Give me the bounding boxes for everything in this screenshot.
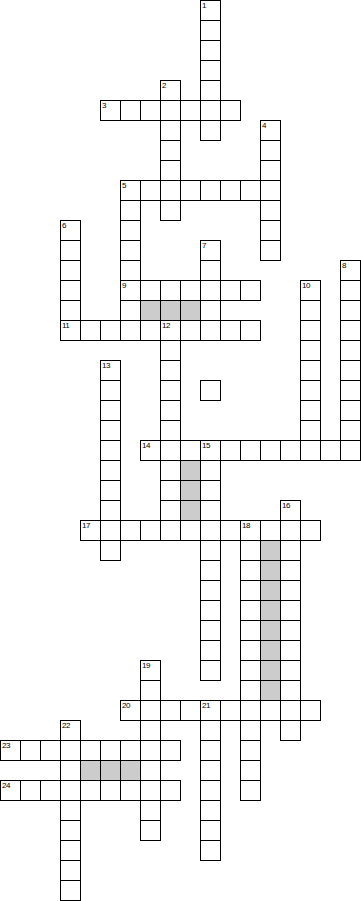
grid-cell[interactable] bbox=[160, 740, 181, 761]
grid-cell[interactable] bbox=[60, 760, 81, 781]
grid-cell[interactable] bbox=[280, 620, 301, 641]
grid-cell[interactable] bbox=[160, 520, 181, 541]
grid-cell[interactable] bbox=[100, 480, 121, 501]
grid-cell[interactable] bbox=[280, 680, 301, 701]
grid-cell[interactable] bbox=[200, 780, 221, 801]
grid-cell[interactable] bbox=[160, 460, 181, 481]
grid-cell[interactable] bbox=[200, 120, 221, 141]
grid-cell-highlighted[interactable] bbox=[260, 580, 281, 601]
grid-cell[interactable] bbox=[100, 780, 121, 801]
grid-cell[interactable] bbox=[240, 320, 261, 341]
clue-number: 8 bbox=[342, 262, 346, 270]
grid-cell[interactable] bbox=[160, 180, 181, 201]
grid-cell[interactable] bbox=[160, 340, 181, 361]
grid-cell-highlighted[interactable] bbox=[260, 540, 281, 561]
clue-number: 21 bbox=[202, 702, 210, 710]
grid-cell[interactable] bbox=[120, 100, 141, 121]
grid-cell-highlighted[interactable] bbox=[260, 600, 281, 621]
grid-cell[interactable] bbox=[280, 700, 301, 721]
grid-cell[interactable] bbox=[160, 140, 181, 161]
clue-number: 11 bbox=[62, 322, 69, 330]
grid-cell[interactable] bbox=[240, 660, 261, 681]
grid-cell[interactable] bbox=[220, 520, 241, 541]
grid-cell[interactable] bbox=[120, 320, 141, 341]
grid-cell[interactable] bbox=[220, 100, 241, 121]
clue-number: 14 bbox=[142, 442, 150, 450]
grid-cell[interactable] bbox=[160, 200, 181, 221]
grid-cell-highlighted[interactable] bbox=[180, 500, 201, 521]
clue-number: 2 bbox=[162, 82, 166, 90]
grid-cell[interactable] bbox=[160, 160, 181, 181]
grid-cell[interactable] bbox=[240, 620, 261, 641]
grid-cell[interactable] bbox=[260, 240, 281, 261]
grid-cell[interactable] bbox=[200, 460, 221, 481]
grid-cell[interactable] bbox=[60, 780, 81, 801]
grid-cell[interactable] bbox=[100, 320, 121, 341]
clue-number: 23 bbox=[2, 742, 10, 750]
grid-cell[interactable] bbox=[160, 360, 181, 381]
grid-cell[interactable] bbox=[160, 420, 181, 441]
clue-number: 4 bbox=[262, 122, 266, 130]
grid-cell[interactable] bbox=[240, 540, 261, 561]
grid-cell[interactable] bbox=[200, 520, 221, 541]
grid-cell[interactable] bbox=[260, 700, 281, 721]
clue-number: 7 bbox=[202, 242, 206, 250]
grid-cell[interactable] bbox=[260, 200, 281, 221]
grid-cell[interactable] bbox=[200, 80, 221, 101]
crossword-board: 123456789101112131415161718192021222324 bbox=[0, 0, 361, 901]
grid-cell[interactable] bbox=[140, 820, 161, 841]
grid-cell[interactable] bbox=[100, 460, 121, 481]
grid-cell[interactable] bbox=[280, 440, 301, 461]
grid-cell[interactable] bbox=[100, 400, 121, 421]
grid-cell[interactable] bbox=[160, 440, 181, 461]
grid-cell[interactable] bbox=[160, 400, 181, 421]
grid-cell[interactable] bbox=[340, 400, 361, 421]
grid-cell[interactable] bbox=[100, 380, 121, 401]
grid-cell[interactable] bbox=[200, 840, 221, 861]
grid-cell[interactable] bbox=[240, 780, 261, 801]
grid-cell-highlighted[interactable] bbox=[120, 760, 141, 781]
grid-cell[interactable] bbox=[100, 500, 121, 521]
grid-cell[interactable] bbox=[280, 600, 301, 621]
grid-cell[interactable] bbox=[180, 440, 201, 461]
grid-cell[interactable] bbox=[340, 320, 361, 341]
grid-cell[interactable] bbox=[20, 780, 41, 801]
grid-cell[interactable] bbox=[300, 380, 321, 401]
grid-cell[interactable] bbox=[200, 660, 221, 681]
grid-cell[interactable] bbox=[280, 660, 301, 681]
grid-cell[interactable] bbox=[60, 880, 81, 901]
grid-cell[interactable] bbox=[280, 520, 301, 541]
grid-cell[interactable] bbox=[80, 320, 101, 341]
grid-cell-highlighted[interactable] bbox=[260, 620, 281, 641]
clue-number: 18 bbox=[242, 522, 250, 530]
grid-cell[interactable] bbox=[220, 440, 241, 461]
grid-cell[interactable] bbox=[60, 840, 81, 861]
grid-cell[interactable] bbox=[200, 40, 221, 61]
clue-number: 15 bbox=[202, 442, 210, 450]
grid-cell[interactable] bbox=[220, 320, 241, 341]
grid-cell[interactable] bbox=[280, 540, 301, 561]
grid-cell[interactable] bbox=[200, 320, 221, 341]
grid-cell[interactable] bbox=[220, 180, 241, 201]
grid-cell[interactable] bbox=[160, 700, 181, 721]
grid-cell-highlighted[interactable] bbox=[260, 640, 281, 661]
clue-number: 9 bbox=[122, 282, 126, 290]
grid-cell[interactable] bbox=[300, 420, 321, 441]
clue-number: 5 bbox=[122, 182, 126, 190]
grid-cell[interactable] bbox=[260, 180, 281, 201]
clue-number: 1 bbox=[202, 2, 206, 10]
clue-number: 6 bbox=[62, 222, 66, 230]
grid-cell[interactable] bbox=[240, 740, 261, 761]
grid-cell[interactable] bbox=[340, 360, 361, 381]
grid-cell[interactable] bbox=[180, 520, 201, 541]
grid-cell[interactable] bbox=[180, 700, 201, 721]
grid-cell[interactable] bbox=[140, 180, 161, 201]
grid-cell[interactable] bbox=[240, 640, 261, 661]
grid-cell[interactable] bbox=[160, 380, 181, 401]
grid-cell[interactable] bbox=[160, 280, 181, 301]
grid-cell[interactable] bbox=[280, 720, 301, 741]
grid-cell[interactable] bbox=[180, 320, 201, 341]
grid-cell[interactable] bbox=[200, 280, 221, 301]
grid-cell[interactable] bbox=[200, 560, 221, 581]
grid-cell[interactable] bbox=[140, 520, 161, 541]
grid-cell[interactable] bbox=[100, 440, 121, 461]
grid-cell[interactable] bbox=[240, 280, 261, 301]
grid-cell-highlighted[interactable] bbox=[260, 560, 281, 581]
grid-cell[interactable] bbox=[340, 340, 361, 361]
grid-cell[interactable] bbox=[60, 240, 81, 261]
grid-cell[interactable] bbox=[140, 680, 161, 701]
grid-cell[interactable] bbox=[120, 200, 141, 221]
grid-cell[interactable] bbox=[160, 100, 181, 121]
grid-cell[interactable] bbox=[140, 700, 161, 721]
grid-cell[interactable] bbox=[240, 180, 261, 201]
grid-cell[interactable] bbox=[120, 220, 141, 241]
grid-cell-highlighted[interactable] bbox=[180, 480, 201, 501]
grid-cell[interactable] bbox=[220, 700, 241, 721]
grid-cell[interactable] bbox=[60, 740, 81, 761]
grid-cell[interactable] bbox=[200, 260, 221, 281]
grid-cell[interactable] bbox=[180, 180, 201, 201]
grid-cell[interactable] bbox=[340, 280, 361, 301]
grid-cell[interactable] bbox=[140, 320, 161, 341]
grid-cell[interactable] bbox=[200, 760, 221, 781]
grid-cell[interactable] bbox=[200, 180, 221, 201]
grid-cell[interactable] bbox=[60, 280, 81, 301]
grid-cell[interactable] bbox=[300, 400, 321, 421]
grid-cell[interactable] bbox=[320, 440, 341, 461]
grid-cell[interactable] bbox=[280, 640, 301, 661]
grid-cell[interactable] bbox=[200, 800, 221, 821]
grid-cell[interactable] bbox=[340, 380, 361, 401]
grid-cell[interactable] bbox=[300, 320, 321, 341]
grid-cell[interactable] bbox=[200, 720, 221, 741]
grid-cell[interactable] bbox=[60, 260, 81, 281]
grid-cell[interactable] bbox=[240, 600, 261, 621]
grid-cell-highlighted[interactable] bbox=[80, 760, 101, 781]
grid-cell-highlighted[interactable] bbox=[260, 680, 281, 701]
grid-cell[interactable] bbox=[240, 560, 261, 581]
grid-cell[interactable] bbox=[60, 820, 81, 841]
grid-cell[interactable] bbox=[220, 280, 241, 301]
grid-cell[interactable] bbox=[200, 820, 221, 841]
grid-cell[interactable] bbox=[200, 100, 221, 121]
grid-cell[interactable] bbox=[300, 360, 321, 381]
grid-cell[interactable] bbox=[200, 60, 221, 81]
grid-cell[interactable] bbox=[60, 300, 81, 321]
clue-number: 17 bbox=[82, 522, 90, 530]
grid-cell[interactable] bbox=[240, 440, 261, 461]
grid-cell[interactable] bbox=[340, 440, 361, 461]
grid-cell[interactable] bbox=[100, 420, 121, 441]
clue-number: 13 bbox=[102, 362, 110, 370]
grid-cell[interactable] bbox=[200, 640, 221, 661]
clue-number: 12 bbox=[162, 322, 170, 330]
grid-cell[interactable] bbox=[120, 300, 141, 321]
grid-cell[interactable] bbox=[20, 740, 41, 761]
grid-cell[interactable] bbox=[160, 480, 181, 501]
grid-cell[interactable] bbox=[120, 780, 141, 801]
grid-cell[interactable] bbox=[140, 740, 161, 761]
grid-cell[interactable] bbox=[140, 280, 161, 301]
clue-number: 19 bbox=[142, 662, 150, 670]
grid-cell[interactable] bbox=[200, 380, 221, 401]
grid-cell[interactable] bbox=[160, 120, 181, 141]
grid-cell[interactable] bbox=[200, 480, 221, 501]
grid-cell[interactable] bbox=[260, 440, 281, 461]
grid-cell[interactable] bbox=[200, 600, 221, 621]
grid-cell[interactable] bbox=[300, 300, 321, 321]
grid-cell[interactable] bbox=[340, 420, 361, 441]
grid-cell-highlighted[interactable] bbox=[180, 300, 201, 321]
page: 123456789101112131415161718192021222324 bbox=[0, 0, 361, 901]
grid-cell[interactable] bbox=[160, 780, 181, 801]
grid-cell[interactable] bbox=[180, 100, 201, 121]
grid-cell[interactable] bbox=[100, 540, 121, 561]
grid-cell[interactable] bbox=[200, 620, 221, 641]
grid-cell[interactable] bbox=[240, 700, 261, 721]
grid-cell-highlighted[interactable] bbox=[160, 300, 181, 321]
clue-number: 24 bbox=[2, 782, 10, 790]
grid-cell[interactable] bbox=[300, 440, 321, 461]
grid-cell[interactable] bbox=[120, 240, 141, 261]
grid-cell[interactable] bbox=[200, 500, 221, 521]
grid-cell[interactable] bbox=[80, 740, 101, 761]
grid-cell-highlighted[interactable] bbox=[140, 300, 161, 321]
grid-cell[interactable] bbox=[280, 580, 301, 601]
grid-cell[interactable] bbox=[80, 780, 101, 801]
grid-cell[interactable] bbox=[160, 500, 181, 521]
clue-number: 22 bbox=[62, 722, 70, 730]
grid-cell[interactable] bbox=[260, 520, 281, 541]
grid-cell[interactable] bbox=[240, 720, 261, 741]
grid-cell[interactable] bbox=[200, 20, 221, 41]
grid-cell[interactable] bbox=[100, 520, 121, 541]
grid-cell[interactable] bbox=[140, 720, 161, 741]
grid-cell[interactable] bbox=[60, 800, 81, 821]
grid-cell[interactable] bbox=[260, 220, 281, 241]
grid-cell[interactable] bbox=[140, 780, 161, 801]
grid-cell-highlighted[interactable] bbox=[180, 460, 201, 481]
grid-cell[interactable] bbox=[300, 340, 321, 361]
grid-cell[interactable] bbox=[140, 760, 161, 781]
clue-number: 3 bbox=[102, 102, 106, 110]
grid-cell[interactable] bbox=[240, 580, 261, 601]
grid-cell[interactable] bbox=[240, 760, 261, 781]
grid-cell[interactable] bbox=[120, 740, 141, 761]
grid-cell[interactable] bbox=[260, 160, 281, 181]
grid-cell[interactable] bbox=[280, 560, 301, 581]
grid-cell[interactable] bbox=[200, 580, 221, 601]
grid-cell[interactable] bbox=[260, 140, 281, 161]
grid-cell[interactable] bbox=[200, 300, 221, 321]
grid-cell-highlighted[interactable] bbox=[100, 760, 121, 781]
grid-cell[interactable] bbox=[240, 680, 261, 701]
grid-cell[interactable] bbox=[40, 740, 61, 761]
grid-cell[interactable] bbox=[300, 700, 321, 721]
grid-cell[interactable] bbox=[340, 300, 361, 321]
grid-cell[interactable] bbox=[200, 740, 221, 761]
grid-cell[interactable] bbox=[140, 100, 161, 121]
grid-cell[interactable] bbox=[100, 740, 121, 761]
clue-number: 10 bbox=[302, 282, 310, 290]
grid-cell[interactable] bbox=[120, 260, 141, 281]
grid-cell[interactable] bbox=[300, 520, 321, 541]
grid-cell[interactable] bbox=[200, 540, 221, 561]
grid-cell[interactable] bbox=[120, 520, 141, 541]
clue-number: 20 bbox=[122, 702, 130, 710]
grid-cell[interactable] bbox=[40, 780, 61, 801]
grid-cell-highlighted[interactable] bbox=[260, 660, 281, 681]
grid-cell[interactable] bbox=[60, 860, 81, 881]
grid-cell[interactable] bbox=[180, 280, 201, 301]
grid-cell[interactable] bbox=[140, 800, 161, 821]
clue-number: 16 bbox=[282, 502, 290, 510]
